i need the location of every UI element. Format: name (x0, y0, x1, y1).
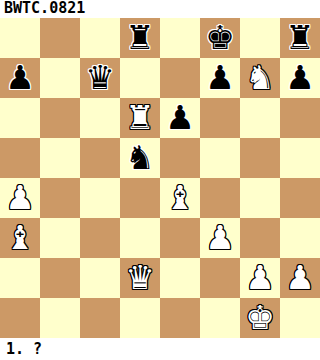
square-f8[interactable]: ♚ (200, 18, 240, 58)
square-g8[interactable] (240, 18, 280, 58)
square-h1[interactable] (280, 298, 320, 338)
square-b3[interactable] (40, 218, 80, 258)
square-d8[interactable]: ♜ (120, 18, 160, 58)
black-pawn-h7[interactable]: ♟ (280, 58, 320, 98)
black-pawn-a7[interactable]: ♟ (0, 58, 40, 98)
square-c5[interactable] (80, 138, 120, 178)
white-pawn-g2[interactable]: ♟ (240, 258, 280, 298)
white-bishop-a3[interactable]: ♝ (0, 218, 40, 258)
square-g2[interactable]: ♟ (240, 258, 280, 298)
white-bishop-e4[interactable]: ♝ (160, 178, 200, 218)
square-c4[interactable] (80, 178, 120, 218)
black-king-f8[interactable]: ♚ (200, 18, 240, 58)
square-a5[interactable] (0, 138, 40, 178)
white-queen-d2[interactable]: ♛ (120, 258, 160, 298)
square-h7[interactable]: ♟ (280, 58, 320, 98)
black-pawn-f7[interactable]: ♟ (200, 58, 240, 98)
white-knight-g7[interactable]: ♞ (240, 58, 280, 98)
square-d2[interactable]: ♛ (120, 258, 160, 298)
square-a4[interactable]: ♟ (0, 178, 40, 218)
square-a2[interactable] (0, 258, 40, 298)
square-g1[interactable]: ♚ (240, 298, 280, 338)
square-e7[interactable] (160, 58, 200, 98)
square-d7[interactable] (120, 58, 160, 98)
square-f3[interactable]: ♟ (200, 218, 240, 258)
square-c2[interactable] (80, 258, 120, 298)
square-b6[interactable] (40, 98, 80, 138)
black-pawn-e6[interactable]: ♟ (160, 98, 200, 138)
black-rook-h8[interactable]: ♜ (280, 18, 320, 58)
square-h8[interactable]: ♜ (280, 18, 320, 58)
square-h3[interactable] (280, 218, 320, 258)
square-d5[interactable]: ♞ (120, 138, 160, 178)
square-a3[interactable]: ♝ (0, 218, 40, 258)
square-e3[interactable] (160, 218, 200, 258)
black-rook-d8[interactable]: ♜ (120, 18, 160, 58)
square-h5[interactable] (280, 138, 320, 178)
white-pawn-f3[interactable]: ♟ (200, 218, 240, 258)
square-h4[interactable] (280, 178, 320, 218)
square-f1[interactable] (200, 298, 240, 338)
move-prompt: 1. ? (0, 338, 320, 360)
square-d3[interactable] (120, 218, 160, 258)
square-c3[interactable] (80, 218, 120, 258)
square-b2[interactable] (40, 258, 80, 298)
square-e1[interactable] (160, 298, 200, 338)
square-f7[interactable]: ♟ (200, 58, 240, 98)
square-a7[interactable]: ♟ (0, 58, 40, 98)
black-knight-d5[interactable]: ♞ (120, 138, 160, 178)
square-e4[interactable]: ♝ (160, 178, 200, 218)
white-pawn-h2[interactable]: ♟ (280, 258, 320, 298)
white-king-g1[interactable]: ♚ (240, 298, 280, 338)
puzzle-id-title: BWTC.0821 (0, 0, 320, 18)
square-a6[interactable] (0, 98, 40, 138)
square-f6[interactable] (200, 98, 240, 138)
square-f4[interactable] (200, 178, 240, 218)
square-c8[interactable] (80, 18, 120, 58)
square-g6[interactable] (240, 98, 280, 138)
square-h2[interactable]: ♟ (280, 258, 320, 298)
square-b7[interactable] (40, 58, 80, 98)
square-d6[interactable]: ♜ (120, 98, 160, 138)
white-rook-d6[interactable]: ♜ (120, 98, 160, 138)
square-e6[interactable]: ♟ (160, 98, 200, 138)
square-d4[interactable] (120, 178, 160, 218)
square-a8[interactable] (0, 18, 40, 58)
square-g7[interactable]: ♞ (240, 58, 280, 98)
square-b8[interactable] (40, 18, 80, 58)
square-f2[interactable] (200, 258, 240, 298)
square-g5[interactable] (240, 138, 280, 178)
white-pawn-a4[interactable]: ♟ (0, 178, 40, 218)
square-c1[interactable] (80, 298, 120, 338)
square-b1[interactable] (40, 298, 80, 338)
chess-board: ♜♚♜♟♛♟♞♟♜♟♞♟♝♝♟♛♟♟♚ (0, 18, 320, 338)
square-e5[interactable] (160, 138, 200, 178)
black-queen-c7[interactable]: ♛ (80, 58, 120, 98)
square-c7[interactable]: ♛ (80, 58, 120, 98)
square-g4[interactable] (240, 178, 280, 218)
square-e8[interactable] (160, 18, 200, 58)
square-d1[interactable] (120, 298, 160, 338)
square-b5[interactable] (40, 138, 80, 178)
square-h6[interactable] (280, 98, 320, 138)
square-b4[interactable] (40, 178, 80, 218)
square-f5[interactable] (200, 138, 240, 178)
square-c6[interactable] (80, 98, 120, 138)
square-a1[interactable] (0, 298, 40, 338)
square-e2[interactable] (160, 258, 200, 298)
square-g3[interactable] (240, 218, 280, 258)
